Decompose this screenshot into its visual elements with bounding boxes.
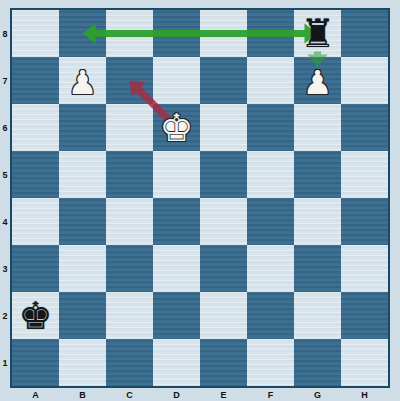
square-d2[interactable]: [153, 292, 200, 339]
square-c2[interactable]: [106, 292, 153, 339]
rank-label-5: 5: [0, 151, 10, 198]
square-h6[interactable]: [341, 104, 388, 151]
square-g5[interactable]: [294, 151, 341, 198]
square-a4[interactable]: [12, 198, 59, 245]
chess-board-screenshot: ♜♟♟♚♚ 87654321 ABCDEFGH: [0, 0, 400, 401]
square-a8[interactable]: [12, 10, 59, 57]
square-c3[interactable]: [106, 245, 153, 292]
file-label-c: C: [106, 389, 153, 401]
square-h3[interactable]: [341, 245, 388, 292]
square-a7[interactable]: [12, 57, 59, 104]
square-c7[interactable]: [106, 57, 153, 104]
square-c8[interactable]: [106, 10, 153, 57]
square-a1[interactable]: [12, 339, 59, 386]
square-b8[interactable]: [59, 10, 106, 57]
square-g3[interactable]: [294, 245, 341, 292]
square-b1[interactable]: [59, 339, 106, 386]
square-c6[interactable]: [106, 104, 153, 151]
square-d3[interactable]: [153, 245, 200, 292]
square-d5[interactable]: [153, 151, 200, 198]
square-a5[interactable]: [12, 151, 59, 198]
square-h7[interactable]: [341, 57, 388, 104]
square-c5[interactable]: [106, 151, 153, 198]
rank-label-3: 3: [0, 245, 10, 292]
rank-label-7: 7: [0, 57, 10, 104]
square-f4[interactable]: [247, 198, 294, 245]
square-f5[interactable]: [247, 151, 294, 198]
square-d4[interactable]: [153, 198, 200, 245]
square-b6[interactable]: [59, 104, 106, 151]
square-h4[interactable]: [341, 198, 388, 245]
rank-label-2: 2: [0, 292, 10, 339]
piece-black-king-a2[interactable]: ♚: [12, 292, 59, 339]
square-h2[interactable]: [341, 292, 388, 339]
square-e2[interactable]: [200, 292, 247, 339]
board-frame: ♜♟♟♚♚: [10, 8, 390, 388]
square-a6[interactable]: [12, 104, 59, 151]
file-label-f: F: [247, 389, 294, 401]
piece-white-king-d6[interactable]: ♚: [153, 104, 200, 151]
file-label-e: E: [200, 389, 247, 401]
square-e5[interactable]: [200, 151, 247, 198]
file-label-a: A: [12, 389, 59, 401]
square-e4[interactable]: [200, 198, 247, 245]
square-d7[interactable]: [153, 57, 200, 104]
piece-white-pawn-b7[interactable]: ♟: [59, 57, 106, 104]
square-e8[interactable]: [200, 10, 247, 57]
file-label-g: G: [294, 389, 341, 401]
square-e6[interactable]: [200, 104, 247, 151]
square-f8[interactable]: [247, 10, 294, 57]
square-f3[interactable]: [247, 245, 294, 292]
file-label-h: H: [341, 389, 388, 401]
square-b4[interactable]: [59, 198, 106, 245]
square-g1[interactable]: [294, 339, 341, 386]
square-h5[interactable]: [341, 151, 388, 198]
square-e1[interactable]: [200, 339, 247, 386]
square-f7[interactable]: [247, 57, 294, 104]
square-h1[interactable]: [341, 339, 388, 386]
square-d1[interactable]: [153, 339, 200, 386]
square-c4[interactable]: [106, 198, 153, 245]
square-d8[interactable]: [153, 10, 200, 57]
rank-label-6: 6: [0, 104, 10, 151]
square-g6[interactable]: [294, 104, 341, 151]
square-c1[interactable]: [106, 339, 153, 386]
rank-label-1: 1: [0, 339, 10, 386]
square-f1[interactable]: [247, 339, 294, 386]
square-h8[interactable]: [341, 10, 388, 57]
rank-label-8: 8: [0, 10, 10, 57]
square-b5[interactable]: [59, 151, 106, 198]
square-f2[interactable]: [247, 292, 294, 339]
square-b3[interactable]: [59, 245, 106, 292]
square-e3[interactable]: [200, 245, 247, 292]
square-b2[interactable]: [59, 292, 106, 339]
file-label-b: B: [59, 389, 106, 401]
piece-black-rook-g8[interactable]: ♜: [294, 10, 341, 57]
square-e7[interactable]: [200, 57, 247, 104]
square-f6[interactable]: [247, 104, 294, 151]
rank-label-4: 4: [0, 198, 10, 245]
square-g4[interactable]: [294, 198, 341, 245]
file-label-d: D: [153, 389, 200, 401]
square-a3[interactable]: [12, 245, 59, 292]
piece-white-pawn-g7[interactable]: ♟: [294, 57, 341, 104]
square-g2[interactable]: [294, 292, 341, 339]
